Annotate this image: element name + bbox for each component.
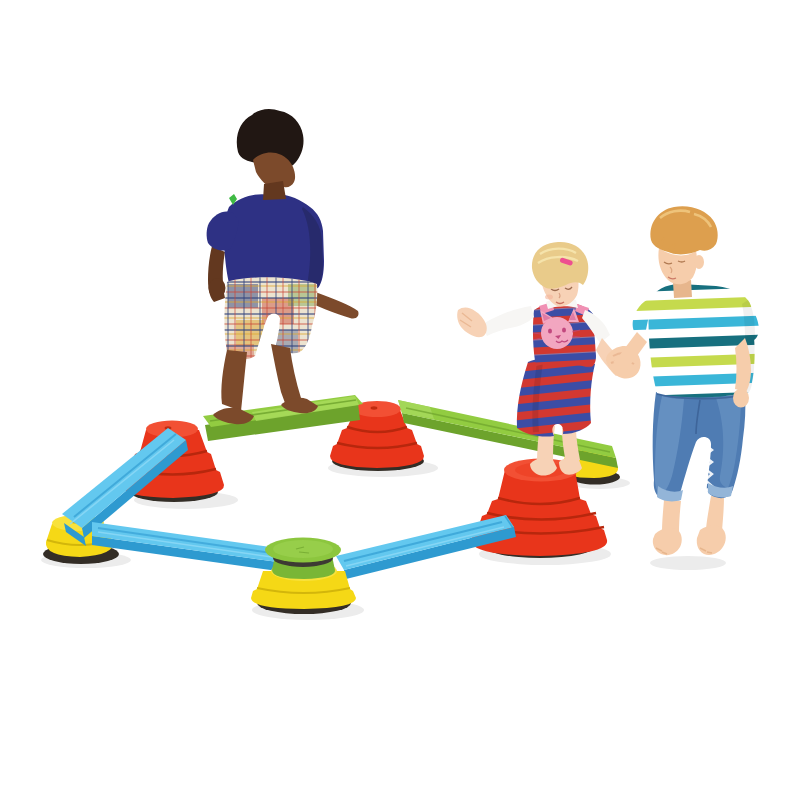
girl-open-hand — [457, 307, 487, 337]
girl-sleeve-left — [482, 306, 534, 336]
boy-right-left-foot — [653, 528, 682, 555]
product-photo-scene — [0, 0, 800, 800]
boy-right-ear — [694, 255, 704, 269]
boy-left-neck — [263, 181, 286, 200]
boy-left-back-leg — [221, 350, 247, 411]
stepping-stone-bottom-center — [251, 538, 356, 615]
child-boy-left — [207, 109, 359, 424]
girl-skirt — [517, 357, 595, 437]
balance-course-illustration — [0, 0, 800, 800]
boy-right-right-foot — [697, 526, 726, 555]
boy-left-back-hand — [209, 278, 226, 298]
child-toddler-girl — [457, 242, 640, 476]
child-boy-right — [613, 206, 759, 555]
boy-right-jeans — [653, 392, 746, 501]
girl-cheek — [545, 295, 553, 300]
boy-right-fist — [733, 389, 749, 408]
